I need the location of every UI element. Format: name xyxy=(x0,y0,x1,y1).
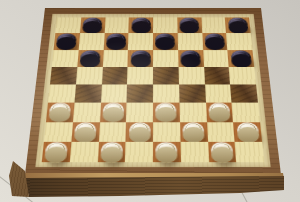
square-r5c1 xyxy=(48,84,76,102)
light-piece xyxy=(156,103,177,118)
square-r2c4 xyxy=(128,33,153,49)
square-r1c7 xyxy=(201,17,226,33)
square-r3c3 xyxy=(102,50,128,67)
square-r1c1 xyxy=(55,17,81,33)
square-r5c2 xyxy=(74,84,101,102)
square-r3c6 xyxy=(178,50,204,67)
square-r3c5 xyxy=(153,50,178,67)
light-piece xyxy=(45,142,69,158)
square-r8c7 xyxy=(208,142,237,163)
square-r4c7 xyxy=(204,67,231,85)
square-r8c3 xyxy=(97,142,125,163)
square-r7c7 xyxy=(207,122,235,142)
square-r6c7 xyxy=(205,103,233,122)
square-r2c1 xyxy=(54,33,80,49)
square-r8c6 xyxy=(180,142,208,163)
board-margin xyxy=(35,14,270,167)
dark-piece xyxy=(130,50,150,64)
light-piece xyxy=(129,122,151,138)
square-r1c2 xyxy=(80,17,105,33)
dark-piece xyxy=(227,18,248,31)
light-piece xyxy=(182,122,204,138)
square-r7c4 xyxy=(126,122,153,142)
dark-piece xyxy=(106,34,126,47)
square-r6c2 xyxy=(73,103,101,122)
square-r7c2 xyxy=(71,122,99,142)
square-r4c8 xyxy=(229,67,256,85)
square-r4c5 xyxy=(153,67,179,85)
square-r2c3 xyxy=(103,33,128,49)
light-piece xyxy=(208,103,230,118)
square-r2c2 xyxy=(78,33,104,49)
square-r2c8 xyxy=(226,33,252,49)
light-piece xyxy=(74,122,97,138)
dark-piece xyxy=(179,18,199,31)
board-grid xyxy=(42,17,265,162)
dark-piece xyxy=(155,34,175,47)
dark-piece xyxy=(230,50,251,64)
square-r5c8 xyxy=(230,84,258,102)
square-r7c1 xyxy=(44,122,73,142)
light-piece xyxy=(102,103,124,118)
square-r6c5 xyxy=(153,103,180,122)
square-r3c2 xyxy=(77,50,103,67)
square-r4c4 xyxy=(127,67,153,85)
square-r2c6 xyxy=(177,33,202,49)
square-r7c5 xyxy=(153,122,180,142)
square-r1c8 xyxy=(225,17,251,33)
square-r3c1 xyxy=(52,50,79,67)
floor-scene xyxy=(0,0,300,202)
square-r8c4 xyxy=(125,142,153,163)
square-r1c3 xyxy=(104,17,129,33)
square-r2c5 xyxy=(153,33,178,49)
square-r3c7 xyxy=(203,50,229,67)
square-r5c6 xyxy=(179,84,206,102)
square-r2c7 xyxy=(202,33,228,49)
dark-piece xyxy=(56,34,77,47)
square-r4c1 xyxy=(50,67,77,85)
dark-piece xyxy=(80,50,101,64)
square-r6c8 xyxy=(232,103,260,122)
square-r4c3 xyxy=(101,67,127,85)
square-r8c5 xyxy=(153,142,181,163)
square-r4c2 xyxy=(76,67,103,85)
square-r3c8 xyxy=(228,50,255,67)
square-r6c1 xyxy=(46,103,74,122)
checkers-board xyxy=(25,8,281,175)
square-r5c3 xyxy=(101,84,128,102)
light-piece xyxy=(49,103,72,118)
dark-piece xyxy=(82,18,102,31)
square-r7c6 xyxy=(180,122,208,142)
square-r8c2 xyxy=(70,142,99,163)
square-r5c7 xyxy=(205,84,232,102)
light-piece xyxy=(210,142,233,158)
light-piece xyxy=(156,142,178,158)
light-piece xyxy=(236,122,259,138)
square-r7c8 xyxy=(233,122,262,142)
square-r8c8 xyxy=(235,142,264,163)
square-r5c4 xyxy=(127,84,153,102)
board-frame xyxy=(25,8,281,175)
square-r3c4 xyxy=(128,50,153,67)
dark-piece xyxy=(180,50,201,64)
light-piece xyxy=(100,142,123,158)
square-r1c5 xyxy=(153,17,177,33)
square-r5c5 xyxy=(153,84,179,102)
square-r6c4 xyxy=(126,103,153,122)
square-r4c6 xyxy=(178,67,204,85)
square-r6c3 xyxy=(99,103,126,122)
square-r1c4 xyxy=(129,17,153,33)
square-r7c3 xyxy=(98,122,126,142)
dark-piece xyxy=(131,18,151,31)
square-r8c1 xyxy=(42,142,71,163)
dark-piece xyxy=(204,34,225,47)
square-r1c6 xyxy=(177,17,202,33)
square-r6c6 xyxy=(179,103,206,122)
